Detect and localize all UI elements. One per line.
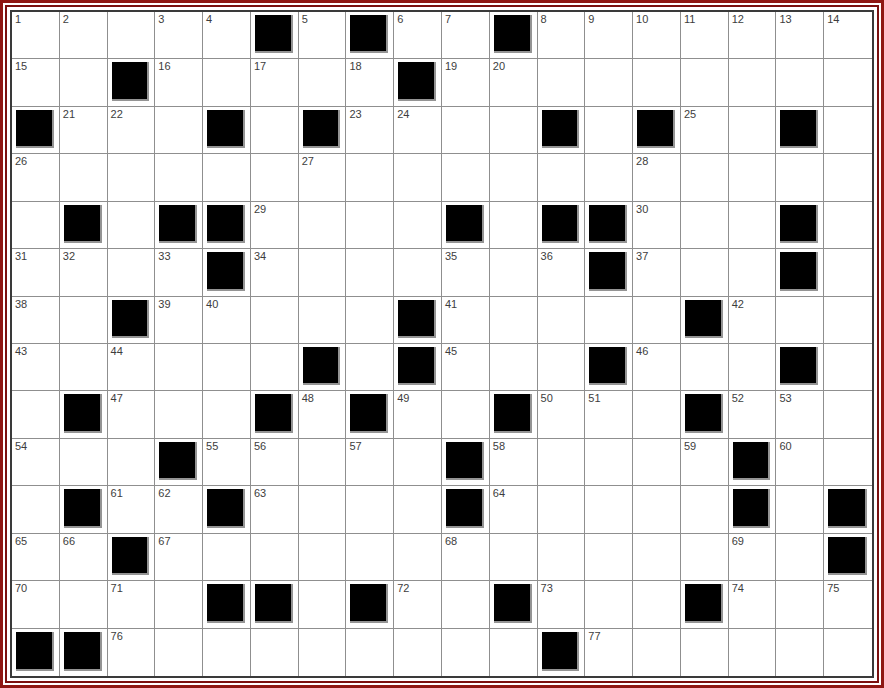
grid-cell[interactable] [585, 534, 633, 581]
grid-cell[interactable] [155, 629, 203, 676]
black-cell [251, 12, 299, 59]
grid-cell[interactable]: 77 [585, 629, 633, 676]
clue-number: 24 [397, 108, 409, 120]
crossword-frame: 1234567891011121314151617181920212223242… [0, 0, 884, 688]
grid-cell[interactable] [346, 154, 394, 201]
grid-cell[interactable]: 71 [108, 581, 156, 628]
grid-cell[interactable]: 61 [108, 486, 156, 533]
grid-cell[interactable] [299, 486, 347, 533]
grid-cell[interactable]: 12 [729, 12, 777, 59]
black-square [16, 110, 54, 148]
grid-cell[interactable] [203, 59, 251, 106]
grid-cell[interactable] [155, 391, 203, 438]
grid-cell[interactable] [60, 59, 108, 106]
black-square [780, 347, 818, 385]
grid-cell[interactable]: 8 [538, 12, 586, 59]
grid-cell[interactable] [776, 297, 824, 344]
grid-cell[interactable] [490, 629, 538, 676]
clue-number: 57 [349, 440, 361, 452]
black-cell [60, 391, 108, 438]
grid-cell[interactable] [585, 486, 633, 533]
grid-cell[interactable] [155, 344, 203, 391]
grid-cell[interactable] [251, 629, 299, 676]
clue-number: 64 [493, 487, 505, 499]
grid-cell[interactable] [251, 154, 299, 201]
clue-number: 76 [111, 630, 123, 642]
black-square [828, 537, 867, 575]
black-square [303, 110, 341, 148]
grid-cell[interactable] [824, 391, 872, 438]
clue-number: 11 [684, 13, 695, 25]
grid-cell[interactable]: 7 [442, 12, 490, 59]
grid-cell[interactable]: 73 [538, 581, 586, 628]
grid-cell[interactable] [681, 486, 729, 533]
grid-cell[interactable] [538, 439, 586, 486]
black-cell [12, 629, 60, 676]
black-square [207, 110, 245, 148]
grid-cell[interactable]: 26 [12, 154, 60, 201]
grid-cell[interactable] [251, 107, 299, 154]
clue-number: 49 [397, 392, 409, 404]
black-square [255, 584, 293, 622]
grid-cell[interactable]: 74 [729, 581, 777, 628]
black-cell [394, 59, 442, 106]
grid-cell[interactable] [633, 297, 681, 344]
clue-number: 59 [684, 440, 696, 452]
grid-cell[interactable]: 20 [490, 59, 538, 106]
black-cell [12, 107, 60, 154]
grid-cell[interactable]: 16 [155, 59, 203, 106]
grid-cell[interactable] [251, 344, 299, 391]
grid-cell[interactable]: 49 [394, 391, 442, 438]
grid-cell[interactable] [346, 486, 394, 533]
grid-cell[interactable]: 38 [12, 297, 60, 344]
grid-cell[interactable] [681, 534, 729, 581]
grid-cell[interactable] [824, 344, 872, 391]
grid-cell[interactable]: 43 [12, 344, 60, 391]
clue-number: 44 [111, 345, 123, 357]
grid-cell[interactable]: 75 [824, 581, 872, 628]
black-square [780, 205, 818, 243]
grid-cell[interactable]: 36 [538, 249, 586, 296]
grid-cell[interactable] [108, 12, 156, 59]
grid-cell[interactable] [681, 629, 729, 676]
grid-cell[interactable]: 62 [155, 486, 203, 533]
grid-cell[interactable] [538, 534, 586, 581]
grid-cell[interactable] [490, 154, 538, 201]
grid-cell[interactable] [12, 202, 60, 249]
grid-cell[interactable] [251, 297, 299, 344]
grid-cell[interactable]: 18 [346, 59, 394, 106]
grid-cell[interactable] [299, 439, 347, 486]
grid-cell[interactable] [442, 154, 490, 201]
clue-number: 8 [541, 13, 547, 25]
grid-cell[interactable] [490, 344, 538, 391]
clue-number: 63 [254, 487, 266, 499]
clue-number: 61 [111, 487, 123, 499]
grid-cell[interactable] [299, 629, 347, 676]
grid-cell[interactable] [394, 154, 442, 201]
grid-cell[interactable] [729, 344, 777, 391]
clue-number: 16 [158, 60, 170, 72]
grid-cell[interactable]: 53 [776, 391, 824, 438]
black-square [159, 205, 197, 243]
clue-number: 10 [636, 13, 648, 25]
grid-cell[interactable]: 6 [394, 12, 442, 59]
grid-cell[interactable] [346, 344, 394, 391]
clue-number: 54 [15, 440, 27, 452]
grid-cell[interactable] [155, 107, 203, 154]
grid-cell[interactable] [824, 249, 872, 296]
black-square [398, 62, 436, 100]
black-cell [203, 202, 251, 249]
black-cell [585, 249, 633, 296]
black-cell [155, 202, 203, 249]
grid-cell[interactable] [203, 344, 251, 391]
grid-cell[interactable]: 19 [442, 59, 490, 106]
grid-cell[interactable] [299, 581, 347, 628]
grid-cell[interactable] [203, 154, 251, 201]
grid-cell[interactable]: 67 [155, 534, 203, 581]
clue-number: 37 [636, 250, 648, 262]
grid-cell[interactable] [681, 249, 729, 296]
black-cell [681, 581, 729, 628]
grid-cell[interactable] [490, 107, 538, 154]
grid-cell[interactable] [776, 629, 824, 676]
grid-cell[interactable] [633, 486, 681, 533]
black-square [494, 15, 532, 53]
grid-cell[interactable] [776, 534, 824, 581]
grid-cell[interactable] [346, 297, 394, 344]
grid-cell[interactable]: 44 [108, 344, 156, 391]
grid-cell[interactable]: 23 [346, 107, 394, 154]
grid-cell[interactable] [203, 391, 251, 438]
grid-cell[interactable] [346, 249, 394, 296]
clue-number: 5 [302, 13, 308, 25]
grid-cell[interactable]: 47 [108, 391, 156, 438]
grid-cell[interactable] [108, 154, 156, 201]
black-cell [824, 486, 872, 533]
grid-cell[interactable]: 70 [12, 581, 60, 628]
grid-cell[interactable]: 66 [60, 534, 108, 581]
grid-cell[interactable] [394, 202, 442, 249]
grid-cell[interactable]: 39 [155, 297, 203, 344]
grid-cell[interactable]: 69 [729, 534, 777, 581]
grid-cell[interactable] [203, 534, 251, 581]
grid-cell[interactable] [155, 154, 203, 201]
grid-cell[interactable]: 60 [776, 439, 824, 486]
grid-cell[interactable]: 72 [394, 581, 442, 628]
grid-cell[interactable] [729, 107, 777, 154]
grid-cell[interactable] [585, 297, 633, 344]
clue-number: 66 [63, 535, 75, 547]
clue-number: 50 [541, 392, 553, 404]
grid-cell[interactable]: 21 [60, 107, 108, 154]
grid-cell[interactable] [203, 629, 251, 676]
black-square [685, 394, 723, 432]
grid-cell[interactable]: 15 [12, 59, 60, 106]
grid-cell[interactable] [60, 154, 108, 201]
grid-cell[interactable] [633, 581, 681, 628]
grid-cell[interactable] [346, 629, 394, 676]
black-cell [490, 581, 538, 628]
grid-cell[interactable]: 1 [12, 12, 60, 59]
clue-number: 77 [588, 630, 600, 642]
clue-number: 55 [206, 440, 218, 452]
clue-number: 56 [254, 440, 266, 452]
black-cell [490, 391, 538, 438]
grid-cell[interactable] [729, 249, 777, 296]
grid-cell[interactable] [633, 534, 681, 581]
grid-cell[interactable]: 40 [203, 297, 251, 344]
grid-cell[interactable] [776, 581, 824, 628]
clue-number: 17 [254, 60, 266, 72]
grid-cell[interactable] [155, 581, 203, 628]
grid-cell[interactable]: 55 [203, 439, 251, 486]
black-cell [776, 344, 824, 391]
grid-cell[interactable]: 32 [60, 249, 108, 296]
black-cell [203, 249, 251, 296]
grid-cell[interactable] [776, 486, 824, 533]
clue-number: 41 [445, 298, 457, 310]
grid-cell[interactable] [538, 59, 586, 106]
grid-cell[interactable] [681, 202, 729, 249]
grid-cell[interactable] [824, 297, 872, 344]
clue-number: 18 [349, 60, 361, 72]
clue-number: 51 [588, 392, 600, 404]
grid-cell[interactable]: 3 [155, 12, 203, 59]
black-cell [203, 581, 251, 628]
grid-cell[interactable] [394, 534, 442, 581]
grid-cell[interactable]: 37 [633, 249, 681, 296]
grid-cell[interactable] [585, 154, 633, 201]
grid-cell[interactable]: 34 [251, 249, 299, 296]
clue-number: 67 [158, 535, 170, 547]
clue-number: 40 [206, 298, 218, 310]
black-cell [442, 486, 490, 533]
black-cell [60, 486, 108, 533]
grid-cell[interactable] [299, 534, 347, 581]
grid-cell[interactable] [442, 391, 490, 438]
clue-number: 60 [779, 440, 791, 452]
grid-cell[interactable] [251, 534, 299, 581]
clue-number: 29 [254, 203, 266, 215]
clue-number: 31 [15, 250, 27, 262]
grid-cell[interactable]: 24 [394, 107, 442, 154]
clue-number: 71 [111, 582, 123, 594]
black-square [446, 489, 484, 527]
grid-cell[interactable] [633, 629, 681, 676]
black-square [64, 489, 102, 527]
grid-cell[interactable]: 5 [299, 12, 347, 59]
grid-cell[interactable] [299, 249, 347, 296]
black-square [589, 205, 627, 243]
grid-cell[interactable] [299, 59, 347, 106]
clue-number: 70 [15, 582, 27, 594]
grid-cell[interactable] [108, 202, 156, 249]
clue-number: 43 [15, 345, 27, 357]
grid-cell[interactable]: 46 [633, 344, 681, 391]
crossword-frame-inner: 1234567891011121314151617181920212223242… [5, 5, 879, 683]
grid-cell[interactable] [585, 581, 633, 628]
grid-cell[interactable] [824, 59, 872, 106]
grid-cell[interactable]: 2 [60, 12, 108, 59]
grid-cell[interactable] [538, 344, 586, 391]
grid-cell[interactable]: 30 [633, 202, 681, 249]
grid-cell[interactable] [394, 486, 442, 533]
black-cell [394, 344, 442, 391]
grid-cell[interactable] [633, 59, 681, 106]
black-square [16, 632, 54, 671]
grid-cell[interactable]: 14 [824, 12, 872, 59]
grid-cell[interactable] [824, 154, 872, 201]
grid-cell[interactable] [729, 202, 777, 249]
clue-number: 25 [684, 108, 696, 120]
grid-cell[interactable] [824, 107, 872, 154]
grid-cell[interactable]: 35 [442, 249, 490, 296]
grid-cell[interactable] [108, 249, 156, 296]
grid-cell[interactable] [394, 249, 442, 296]
grid-cell[interactable]: 28 [633, 154, 681, 201]
black-square [255, 394, 293, 432]
grid-cell[interactable] [824, 629, 872, 676]
crossword-grid: 1234567891011121314151617181920212223242… [10, 10, 874, 678]
grid-cell[interactable]: 22 [108, 107, 156, 154]
grid-cell[interactable] [442, 629, 490, 676]
grid-cell[interactable] [490, 249, 538, 296]
grid-cell[interactable]: 54 [12, 439, 60, 486]
black-square [398, 300, 436, 338]
grid-cell[interactable] [60, 439, 108, 486]
grid-cell[interactable] [394, 439, 442, 486]
black-cell [585, 202, 633, 249]
grid-cell[interactable] [776, 154, 824, 201]
grid-cell[interactable]: 64 [490, 486, 538, 533]
grid-cell[interactable] [729, 154, 777, 201]
grid-cell[interactable] [681, 344, 729, 391]
grid-cell[interactable] [633, 439, 681, 486]
grid-cell[interactable]: 68 [442, 534, 490, 581]
grid-cell[interactable]: 76 [108, 629, 156, 676]
grid-cell[interactable]: 42 [729, 297, 777, 344]
grid-cell[interactable] [442, 581, 490, 628]
grid-cell[interactable] [824, 439, 872, 486]
black-square [685, 300, 723, 338]
grid-cell[interactable]: 57 [346, 439, 394, 486]
grid-cell[interactable] [60, 297, 108, 344]
grid-cell[interactable]: 41 [442, 297, 490, 344]
grid-cell[interactable]: 9 [585, 12, 633, 59]
black-square [494, 584, 532, 622]
grid-cell[interactable] [12, 486, 60, 533]
grid-cell[interactable] [299, 297, 347, 344]
grid-cell[interactable] [824, 202, 872, 249]
grid-cell[interactable] [299, 202, 347, 249]
black-square [112, 300, 150, 338]
grid-cell[interactable] [585, 107, 633, 154]
grid-cell[interactable]: 4 [203, 12, 251, 59]
grid-cell[interactable] [776, 59, 824, 106]
black-cell [203, 107, 251, 154]
grid-cell[interactable] [729, 629, 777, 676]
clue-number: 22 [111, 108, 123, 120]
black-square [207, 205, 245, 243]
grid-cell[interactable]: 11 [681, 12, 729, 59]
grid-cell[interactable]: 59 [681, 439, 729, 486]
grid-cell[interactable] [633, 391, 681, 438]
grid-cell[interactable] [585, 59, 633, 106]
grid-cell[interactable]: 25 [681, 107, 729, 154]
clue-number: 35 [445, 250, 457, 262]
black-cell [442, 439, 490, 486]
grid-cell[interactable]: 13 [776, 12, 824, 59]
black-cell [633, 107, 681, 154]
grid-cell[interactable] [585, 439, 633, 486]
clue-number: 26 [15, 155, 27, 167]
grid-cell[interactable] [60, 581, 108, 628]
grid-cell[interactable]: 33 [155, 249, 203, 296]
grid-cell[interactable] [442, 107, 490, 154]
grid-cell[interactable] [60, 344, 108, 391]
grid-cell[interactable]: 50 [538, 391, 586, 438]
grid-cell[interactable] [346, 202, 394, 249]
grid-cell[interactable]: 10 [633, 12, 681, 59]
grid-cell[interactable]: 48 [299, 391, 347, 438]
grid-cell[interactable] [12, 391, 60, 438]
grid-cell[interactable] [490, 534, 538, 581]
grid-cell[interactable]: 51 [585, 391, 633, 438]
clue-number: 58 [493, 440, 505, 452]
grid-cell[interactable]: 27 [299, 154, 347, 201]
clue-number: 7 [445, 13, 451, 25]
black-cell [442, 202, 490, 249]
grid-cell[interactable] [394, 629, 442, 676]
black-square [350, 15, 388, 53]
grid-cell[interactable]: 52 [729, 391, 777, 438]
grid-cell[interactable]: 29 [251, 202, 299, 249]
black-cell [60, 629, 108, 676]
grid-cell[interactable] [681, 154, 729, 201]
grid-cell[interactable] [538, 154, 586, 201]
grid-cell[interactable] [490, 202, 538, 249]
black-square [494, 394, 532, 432]
clue-number: 53 [779, 392, 791, 404]
grid-cell[interactable] [538, 486, 586, 533]
black-cell [299, 344, 347, 391]
black-square [207, 252, 245, 290]
grid-cell[interactable]: 45 [442, 344, 490, 391]
black-square [446, 205, 484, 243]
clue-number: 52 [732, 392, 744, 404]
grid-cell[interactable]: 31 [12, 249, 60, 296]
grid-cell[interactable] [108, 439, 156, 486]
clue-number: 65 [15, 535, 27, 547]
grid-cell[interactable] [490, 297, 538, 344]
grid-cell[interactable]: 58 [490, 439, 538, 486]
grid-cell[interactable]: 17 [251, 59, 299, 106]
black-cell [776, 107, 824, 154]
grid-cell[interactable] [729, 59, 777, 106]
black-square [255, 15, 293, 53]
black-cell [776, 249, 824, 296]
grid-cell[interactable]: 65 [12, 534, 60, 581]
grid-cell[interactable]: 56 [251, 439, 299, 486]
grid-cell[interactable]: 63 [251, 486, 299, 533]
grid-cell[interactable] [538, 297, 586, 344]
grid-cell[interactable] [681, 59, 729, 106]
grid-cell[interactable] [346, 534, 394, 581]
black-square [589, 347, 627, 385]
